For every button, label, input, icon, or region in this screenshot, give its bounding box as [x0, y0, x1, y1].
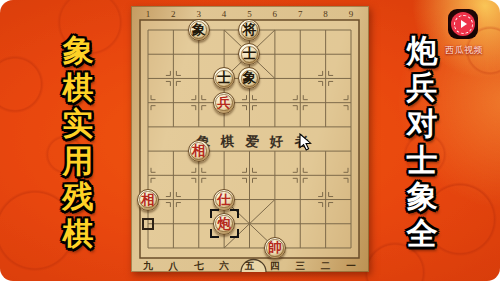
- piece-glyph: 相: [141, 190, 155, 208]
- piece-glyph: 帥: [268, 238, 282, 256]
- piece-glyph: 仕: [217, 190, 231, 208]
- mouse-cursor: [299, 133, 312, 151]
- piece-glyph: 士: [243, 45, 257, 63]
- play-triangle-icon: [461, 20, 467, 28]
- piece-glyph: 将: [243, 21, 257, 39]
- black-general[interactable]: 将: [238, 19, 260, 41]
- left-title: 象棋实用残棋: [58, 33, 98, 252]
- red-general[interactable]: 帥: [264, 237, 286, 259]
- title-char: 实: [63, 106, 94, 143]
- pieces-layer: 象将士士象兵相相仕炮帥: [135, 18, 363, 260]
- red-advisor[interactable]: 仕: [213, 189, 235, 211]
- xigua-video-logo: [448, 9, 478, 39]
- title-char: 象: [407, 179, 438, 216]
- red-soldier[interactable]: 兵: [213, 92, 235, 114]
- piece-glyph: 象: [192, 21, 206, 39]
- title-char: 象: [63, 33, 94, 70]
- video-thumbnail: 象棋实用残棋 炮兵对士象全 西瓜视频 123456789 九八七六五四三二一 象…: [0, 0, 500, 281]
- black-elephant[interactable]: 象: [188, 19, 210, 41]
- piece-glyph: 相: [192, 142, 206, 160]
- red-cannon[interactable]: 炮: [213, 213, 235, 235]
- right-title: 炮兵对士象全: [402, 33, 442, 252]
- piece-glyph: 炮: [217, 214, 231, 232]
- red-elephant[interactable]: 相: [137, 189, 159, 211]
- title-char: 对: [407, 106, 438, 143]
- title-char: 兵: [407, 70, 438, 107]
- title-char: 用: [63, 143, 94, 180]
- xiangqi-board[interactable]: 123456789 九八七六五四三二一 象棋爱好者 象将士士象兵相相仕炮帥: [131, 6, 369, 272]
- piece-glyph: 象: [243, 69, 257, 87]
- move-origin-marker: [142, 218, 154, 230]
- piece-glyph: 士: [217, 69, 231, 87]
- black-advisor[interactable]: 士: [238, 43, 260, 65]
- xigua-video-label: 西瓜视频: [432, 44, 496, 57]
- play-button-icon: [451, 12, 475, 36]
- title-char: 棋: [63, 70, 94, 107]
- black-advisor[interactable]: 士: [213, 67, 235, 89]
- piece-glyph: 兵: [217, 93, 231, 111]
- clock-ring-icon: [454, 15, 473, 34]
- title-char: 全: [407, 216, 438, 253]
- black-elephant[interactable]: 象: [238, 67, 260, 89]
- red-elephant[interactable]: 相: [188, 140, 210, 162]
- title-char: 士: [407, 143, 438, 180]
- title-char: 残: [63, 179, 94, 216]
- title-char: 棋: [63, 216, 94, 253]
